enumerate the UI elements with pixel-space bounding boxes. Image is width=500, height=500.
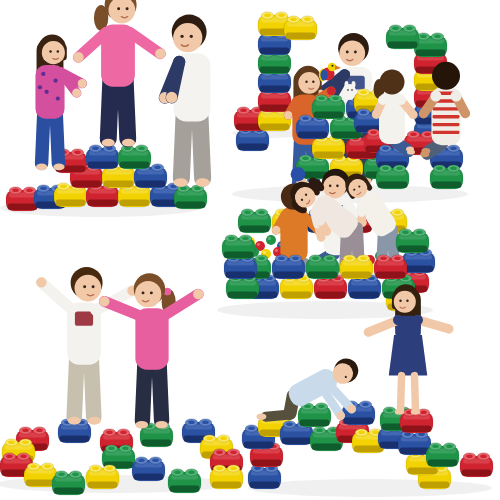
- block-b: [248, 465, 281, 489]
- block-g: [430, 165, 463, 189]
- block-y: [86, 465, 119, 489]
- block-g: [312, 95, 345, 119]
- product-photo-collage: [0, 0, 500, 500]
- block-g: [174, 185, 207, 209]
- block-g: [118, 145, 151, 169]
- block-y: [210, 465, 243, 489]
- collage-illustration: [0, 0, 500, 500]
- block-g: [386, 25, 419, 49]
- block-r: [374, 255, 407, 279]
- block-y: [284, 16, 317, 40]
- block-b: [272, 255, 305, 279]
- scene-balance-loop: [0, 267, 243, 495]
- child-girl-pink-walking: [73, 0, 165, 147]
- block-b: [132, 457, 165, 481]
- block-g: [222, 235, 255, 259]
- block-g: [376, 165, 409, 189]
- child-boy-raglan-watching: [159, 15, 210, 187]
- block-b: [86, 145, 119, 169]
- block-g: [298, 403, 331, 427]
- block-g: [426, 443, 459, 467]
- block-r: [460, 453, 493, 477]
- play-ball: [266, 235, 276, 245]
- block-g: [238, 209, 271, 233]
- block-y: [340, 255, 373, 279]
- floor-shadow: [248, 479, 492, 497]
- scene-stepping-stairs: [0, 0, 210, 217]
- block-g: [52, 471, 85, 495]
- block-g: [168, 469, 201, 493]
- scene-puppet-wall: [232, 12, 470, 203]
- child-boy-balancing: [36, 267, 137, 425]
- block-g: [306, 255, 339, 279]
- block-g: [396, 229, 429, 253]
